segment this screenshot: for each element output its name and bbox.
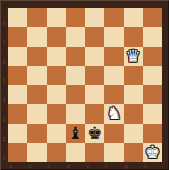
file-label-d: d [66,162,85,170]
square-e2[interactable]: ♚ [85,124,104,143]
square-e4[interactable] [85,85,104,104]
square-b6[interactable] [27,47,46,66]
rank-label-2: 2 [0,124,8,143]
file-label-b: b [27,162,46,170]
square-b3[interactable] [27,104,46,123]
file-label-a: a [8,162,27,170]
square-c7[interactable] [47,27,66,46]
square-f5[interactable] [104,66,123,85]
square-b4[interactable] [27,85,46,104]
white-king[interactable]: ♚ [145,143,160,160]
square-a3[interactable] [8,104,27,123]
square-c5[interactable] [47,66,66,85]
black-bishop[interactable]: ♝ [68,124,83,141]
rank-labels: 87654321 [0,8,8,162]
file-label-c: c [47,162,66,170]
square-d7[interactable] [66,27,85,46]
file-label-f: f [104,162,123,170]
square-f6[interactable] [104,47,123,66]
square-d6[interactable] [66,47,85,66]
square-d3[interactable] [66,104,85,123]
square-b1[interactable] [27,143,46,162]
square-c6[interactable] [47,47,66,66]
square-g4[interactable] [124,85,143,104]
square-f3[interactable]: ♞ [104,104,123,123]
square-d5[interactable] [66,66,85,85]
square-h8[interactable] [143,8,162,27]
square-g3[interactable] [124,104,143,123]
square-f1[interactable] [104,143,123,162]
rank-label-3: 3 [0,104,8,123]
square-f8[interactable] [104,8,123,27]
square-g8[interactable] [124,8,143,27]
square-a8[interactable] [8,8,27,27]
square-f7[interactable] [104,27,123,46]
square-a7[interactable] [8,27,27,46]
square-b8[interactable] [27,8,46,27]
white-queen[interactable]: ♛ [126,47,141,64]
chess-board-frame: 87654321 abcdefgh ♛♞♝♚♚ [0,0,169,170]
file-label-g: g [124,162,143,170]
square-e1[interactable] [85,143,104,162]
square-e3[interactable] [85,104,104,123]
file-label-e: e [85,162,104,170]
square-h1[interactable]: ♚ [143,143,162,162]
square-g2[interactable] [124,124,143,143]
rank-label-7: 7 [0,27,8,46]
square-e7[interactable] [85,27,104,46]
square-d2[interactable]: ♝ [66,124,85,143]
square-g7[interactable] [124,27,143,46]
square-e6[interactable] [85,47,104,66]
square-a6[interactable] [8,47,27,66]
square-a1[interactable] [8,143,27,162]
square-c3[interactable] [47,104,66,123]
square-a5[interactable] [8,66,27,85]
square-g1[interactable] [124,143,143,162]
square-e8[interactable] [85,8,104,27]
square-a4[interactable] [8,85,27,104]
square-b7[interactable] [27,27,46,46]
square-d8[interactable] [66,8,85,27]
square-h7[interactable] [143,27,162,46]
rank-label-6: 6 [0,47,8,66]
square-h4[interactable] [143,85,162,104]
rank-label-1: 1 [0,143,8,162]
square-f4[interactable] [104,85,123,104]
rank-label-8: 8 [0,8,8,27]
square-b5[interactable] [27,66,46,85]
chess-board: ♛♞♝♚♚ [8,8,162,162]
file-labels: abcdefgh [8,162,162,170]
square-c8[interactable] [47,8,66,27]
black-king[interactable]: ♚ [87,124,102,141]
rank-label-5: 5 [0,66,8,85]
square-a2[interactable] [8,124,27,143]
square-h3[interactable] [143,104,162,123]
square-c1[interactable] [47,143,66,162]
white-knight[interactable]: ♞ [106,105,121,122]
square-d4[interactable] [66,85,85,104]
rank-label-4: 4 [0,85,8,104]
square-g6[interactable]: ♛ [124,47,143,66]
square-c4[interactable] [47,85,66,104]
square-b2[interactable] [27,124,46,143]
square-d1[interactable] [66,143,85,162]
file-label-h: h [143,162,162,170]
square-g5[interactable] [124,66,143,85]
square-e5[interactable] [85,66,104,85]
square-h5[interactable] [143,66,162,85]
square-h2[interactable] [143,124,162,143]
square-f2[interactable] [104,124,123,143]
square-c2[interactable] [47,124,66,143]
square-h6[interactable] [143,47,162,66]
